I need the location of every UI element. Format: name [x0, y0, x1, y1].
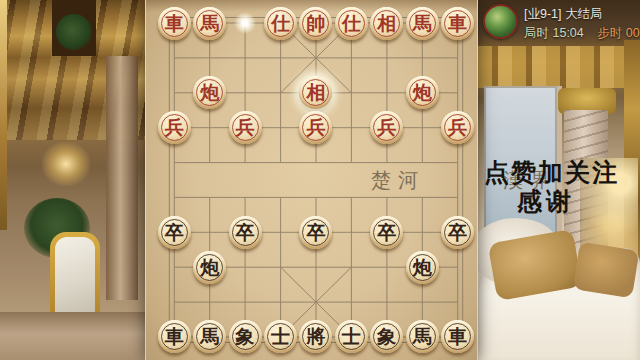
piece-red-仕[interactable]: 仕 — [335, 7, 368, 40]
piece-character: 帥 — [306, 13, 325, 32]
chandelier — [42, 142, 90, 186]
gold-frame-edge — [0, 0, 7, 230]
piece-black-車[interactable]: 車 — [158, 320, 191, 353]
piece-red-相[interactable]: 相 — [299, 76, 332, 109]
piece-red-車[interactable]: 車 — [158, 7, 191, 40]
piece-black-卒[interactable]: 卒 — [370, 216, 403, 249]
gold-frieze — [478, 46, 640, 88]
piece-black-將[interactable]: 將 — [299, 320, 332, 353]
piece-red-馬[interactable]: 馬 — [193, 7, 226, 40]
piece-black-士[interactable]: 士 — [335, 320, 368, 353]
piece-character: 士 — [342, 327, 361, 346]
piece-character: 炮 — [413, 257, 432, 276]
piece-black-象[interactable]: 象 — [370, 320, 403, 353]
piece-black-卒[interactable]: 卒 — [299, 216, 332, 249]
piece-character: 將 — [306, 327, 325, 346]
piece-character: 卒 — [448, 222, 467, 241]
piece-red-兵[interactable]: 兵 — [370, 111, 403, 144]
piece-black-象[interactable]: 象 — [229, 320, 262, 353]
piece-character: 兵 — [306, 118, 325, 137]
piece-character: 車 — [448, 327, 467, 346]
piece-red-相[interactable]: 相 — [370, 7, 403, 40]
piece-character: 兵 — [236, 118, 255, 137]
piece-black-炮[interactable]: 炮 — [406, 251, 439, 284]
piece-character: 士 — [271, 327, 290, 346]
piece-character: 炮 — [413, 83, 432, 102]
piece-character: 仕 — [271, 13, 290, 32]
piece-character: 卒 — [377, 222, 396, 241]
player-avatar[interactable] — [483, 4, 518, 39]
piece-character: 馬 — [413, 13, 432, 32]
piece-character: 炮 — [200, 83, 219, 102]
piece-character: 仕 — [342, 13, 361, 32]
piece-red-兵[interactable]: 兵 — [229, 111, 262, 144]
screen: 楚河 漢界 車馬仕帥仕相馬車炮相炮兵兵兵兵兵卒卒卒卒卒炮炮車馬象士將士象馬車 [… — [0, 0, 640, 360]
ceiling-plant — [56, 14, 92, 50]
piece-red-帥[interactable]: 帥 — [299, 7, 332, 40]
piece-red-車[interactable]: 車 — [441, 7, 474, 40]
piece-character: 兵 — [448, 118, 467, 137]
promo-text-line2: 感谢 — [517, 185, 575, 218]
piece-character: 卒 — [165, 222, 184, 241]
piece-character: 兵 — [377, 118, 396, 137]
piece-character: 卒 — [236, 222, 255, 241]
piece-character: 炮 — [200, 257, 219, 276]
piece-black-馬[interactable]: 馬 — [406, 320, 439, 353]
gold-pillow-2 — [573, 242, 640, 299]
piece-character: 馬 — [200, 327, 219, 346]
piece-character: 馬 — [413, 327, 432, 346]
piece-character: 馬 — [200, 13, 219, 32]
piece-black-炮[interactable]: 炮 — [193, 251, 226, 284]
timer-row: 局时 15:04 步时 00: — [524, 25, 640, 42]
piece-character: 相 — [377, 13, 396, 32]
piece-red-兵[interactable]: 兵 — [158, 111, 191, 144]
piece-red-兵[interactable]: 兵 — [441, 111, 474, 144]
piece-black-車[interactable]: 車 — [441, 320, 474, 353]
player-name: [业9-1] 大结局 — [524, 6, 603, 23]
marble-pillar — [106, 56, 138, 300]
xiangqi-board-grid: 車馬仕帥仕相馬車炮相炮兵兵兵兵兵卒卒卒卒卒炮炮車馬象士將士象馬車 — [157, 6, 476, 355]
piece-character: 象 — [236, 327, 255, 346]
piece-red-仕[interactable]: 仕 — [264, 7, 297, 40]
piece-character: 相 — [306, 83, 325, 102]
game-timer: 局时 15:04 — [524, 26, 584, 40]
piece-black-士[interactable]: 士 — [264, 320, 297, 353]
piece-black-卒[interactable]: 卒 — [441, 216, 474, 249]
last-move-origin-marker — [234, 12, 256, 34]
piece-character: 兵 — [165, 118, 184, 137]
piece-black-馬[interactable]: 馬 — [193, 320, 226, 353]
piece-black-卒[interactable]: 卒 — [158, 216, 191, 249]
background-left-gold-room — [0, 0, 145, 360]
piece-red-炮[interactable]: 炮 — [193, 76, 226, 109]
piece-character: 卒 — [306, 222, 325, 241]
piece-character: 車 — [165, 13, 184, 32]
piece-red-馬[interactable]: 馬 — [406, 7, 439, 40]
marble-floor — [0, 312, 145, 360]
piece-character: 車 — [448, 13, 467, 32]
cream-sofa — [478, 248, 640, 360]
xiangqi-board[interactable]: 楚河 漢界 車馬仕帥仕相馬車炮相炮兵兵兵兵兵卒卒卒卒卒炮炮車馬象士將士象馬車 — [145, 0, 478, 360]
piece-red-兵[interactable]: 兵 — [299, 111, 332, 144]
piece-character: 車 — [165, 327, 184, 346]
move-timer: 步时 00: — [597, 26, 640, 40]
piece-character: 象 — [377, 327, 396, 346]
player-hud: [业9-1] 大结局 局时 15:04 步时 00: — [478, 0, 640, 50]
piece-red-炮[interactable]: 炮 — [406, 76, 439, 109]
piece-black-卒[interactable]: 卒 — [229, 216, 262, 249]
